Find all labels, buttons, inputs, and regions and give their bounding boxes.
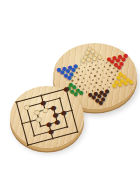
peg-natural[interactable]: ●	[23, 103, 31, 112]
peg-dark-brown[interactable]: ●	[60, 108, 68, 117]
empty-hole	[93, 86, 95, 88]
empty-hole	[81, 71, 83, 73]
empty-point	[66, 126, 69, 128]
empty-hole	[91, 72, 93, 74]
empty-hole	[89, 66, 91, 68]
empty-point	[51, 137, 54, 139]
empty-hole	[78, 68, 80, 70]
empty-hole	[105, 84, 107, 86]
empty-hole	[88, 76, 90, 78]
empty-hole	[104, 66, 106, 68]
peg-yellow[interactable]: ●	[127, 78, 136, 86]
empty-hole	[98, 78, 100, 80]
empty-hole	[92, 79, 94, 81]
empty-point	[76, 131, 79, 133]
empty-hole	[107, 80, 109, 82]
empty-point	[27, 144, 30, 146]
nine-mens-morris-grid: ●●●●●●●●●●●●	[11, 84, 82, 150]
empty-hole	[107, 69, 109, 71]
peg-dark-brown[interactable]: ●	[53, 118, 61, 127]
empty-hole	[87, 70, 89, 72]
empty-hole	[90, 83, 92, 85]
empty-hole	[79, 75, 81, 77]
empty-hole	[84, 67, 86, 69]
empty-hole	[93, 68, 95, 70]
empty-point	[71, 109, 74, 111]
empty-hole	[77, 79, 79, 81]
empty-hole	[96, 71, 98, 73]
peg-green[interactable]: ●	[76, 89, 85, 97]
empty-hole	[100, 74, 102, 76]
peg-dark-brown[interactable]: ●	[47, 127, 55, 136]
empty-point	[33, 135, 36, 137]
empty-hole	[95, 64, 97, 66]
empty-hole	[111, 72, 113, 74]
empty-hole	[105, 73, 107, 75]
peg-natural[interactable]: ●	[35, 115, 43, 124]
empty-point	[15, 101, 18, 103]
nine-mens-morris-board: ●●●●●●●●●●●●	[10, 86, 84, 148]
empty-hole	[86, 63, 88, 65]
empty-hole	[74, 76, 76, 78]
empty-hole	[101, 81, 103, 83]
empty-point	[39, 125, 42, 127]
peg-brown[interactable]: ●	[96, 99, 105, 107]
peg-natural[interactable]: ●	[41, 106, 49, 115]
empty-hole	[98, 67, 100, 69]
empty-hole	[76, 72, 78, 74]
empty-hole	[97, 60, 99, 62]
empty-hole	[99, 85, 101, 87]
empty-hole	[80, 64, 82, 66]
empty-point	[29, 120, 32, 122]
empty-point	[21, 122, 24, 124]
empty-hole	[109, 76, 111, 78]
mill-square	[16, 89, 77, 145]
empty-point	[58, 97, 61, 99]
empty-hole	[91, 62, 93, 64]
empty-hole	[84, 84, 86, 86]
empty-hole	[103, 77, 105, 79]
empty-hole	[85, 74, 87, 76]
empty-hole	[96, 82, 98, 84]
product-photo-wooden-games: ●●●●●●●●●●●●●●●●●●●●●●●●●●●●●●●●●●●●●●●●…	[0, 0, 140, 187]
empty-hole	[88, 87, 90, 89]
empty-hole	[100, 63, 102, 65]
empty-point	[40, 94, 43, 96]
empty-hole	[81, 81, 83, 83]
empty-hole	[86, 80, 88, 82]
empty-hole	[102, 70, 104, 72]
peg-dark-brown[interactable]: ●	[62, 85, 70, 94]
empty-hole	[94, 75, 96, 77]
empty-hole	[83, 78, 85, 80]
